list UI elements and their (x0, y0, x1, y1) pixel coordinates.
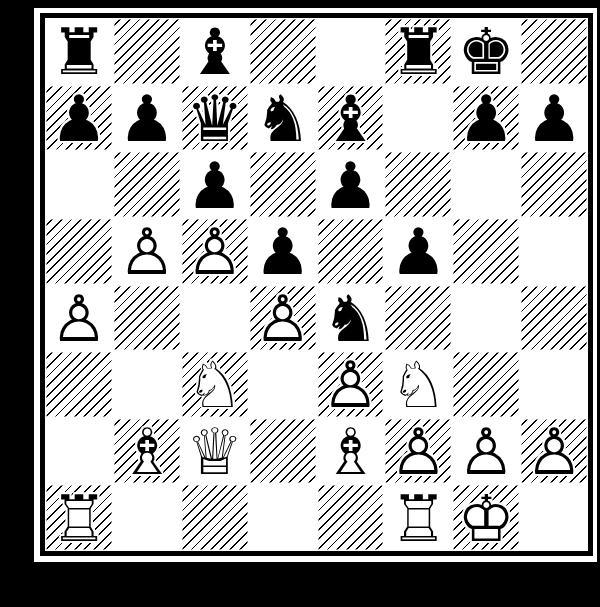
square-f6[interactable] (384, 151, 452, 218)
square-g5[interactable] (452, 218, 520, 285)
black-pawn-icon: ♟♟ (45, 85, 113, 152)
square-a1[interactable]: ♜♖ (45, 484, 113, 551)
black-bishop-icon: ♝♝ (317, 85, 385, 152)
black-pawn-icon: ♟♟ (249, 218, 317, 285)
square-d6[interactable] (249, 151, 317, 218)
square-f2[interactable]: ♟♙ (384, 418, 452, 485)
square-e2[interactable]: ♝♗ (317, 418, 385, 485)
square-c6[interactable]: ♟♟ (181, 151, 249, 218)
square-g8[interactable]: ♚♚ (452, 18, 520, 85)
square-e7[interactable]: ♝♝ (317, 85, 385, 152)
board-frame: ♜♜♝♝♜♜♚♚♟♟♟♟♛♛♞♞♝♝♟♟♟♟♟♟♟♟♟♙♟♙♟♟♟♟♟♙♟♙♞♞… (40, 13, 593, 556)
square-b8[interactable] (113, 18, 181, 85)
white-knight-icon: ♞♘ (181, 351, 249, 418)
black-pawn-icon: ♟♟ (317, 151, 385, 218)
black-pawn-icon: ♟♟ (113, 85, 181, 152)
square-f3[interactable]: ♞♘ (384, 351, 452, 418)
square-f7[interactable] (384, 85, 452, 152)
square-c2[interactable]: ♛♕ (181, 418, 249, 485)
black-queen-icon: ♛♛ (181, 85, 249, 152)
square-f1[interactable]: ♜♖ (384, 484, 452, 551)
white-pawn-icon: ♟♙ (520, 418, 588, 485)
square-a6[interactable] (45, 151, 113, 218)
square-f4[interactable] (384, 285, 452, 352)
square-d3[interactable] (249, 351, 317, 418)
board-mat: ♜♜♝♝♜♜♚♚♟♟♟♟♛♛♞♞♝♝♟♟♟♟♟♟♟♟♟♙♟♙♟♟♟♟♟♙♟♙♞♞… (34, 8, 597, 562)
square-d7[interactable]: ♞♞ (249, 85, 317, 152)
black-pawn-icon: ♟♟ (384, 218, 452, 285)
white-pawn-icon: ♟♙ (317, 351, 385, 418)
square-g2[interactable]: ♟♙ (452, 418, 520, 485)
white-queen-icon: ♛♕ (181, 418, 249, 485)
black-king-icon: ♚♚ (452, 18, 520, 85)
square-h2[interactable]: ♟♙ (520, 418, 588, 485)
square-b5[interactable]: ♟♙ (113, 218, 181, 285)
square-f8[interactable]: ♜♜ (384, 18, 452, 85)
white-rook-icon: ♜♖ (384, 484, 452, 551)
black-knight-icon: ♞♞ (249, 85, 317, 152)
square-a5[interactable] (45, 218, 113, 285)
square-h4[interactable] (520, 285, 588, 352)
black-pawn-icon: ♟♟ (181, 151, 249, 218)
square-d8[interactable] (249, 18, 317, 85)
square-h6[interactable] (520, 151, 588, 218)
square-d2[interactable] (249, 418, 317, 485)
square-b2[interactable]: ♝♗ (113, 418, 181, 485)
white-king-icon: ♚♔ (452, 484, 520, 551)
square-f5[interactable]: ♟♟ (384, 218, 452, 285)
square-d5[interactable]: ♟♟ (249, 218, 317, 285)
square-h1[interactable] (520, 484, 588, 551)
black-pawn-icon: ♟♟ (452, 85, 520, 152)
white-pawn-icon: ♟♙ (113, 218, 181, 285)
white-pawn-icon: ♟♙ (249, 285, 317, 352)
white-knight-icon: ♞♘ (384, 351, 452, 418)
square-a3[interactable] (45, 351, 113, 418)
square-c5[interactable]: ♟♙ (181, 218, 249, 285)
chess-board: ♜♜♝♝♜♜♚♚♟♟♟♟♛♛♞♞♝♝♟♟♟♟♟♟♟♟♟♙♟♙♟♟♟♟♟♙♟♙♞♞… (45, 18, 588, 551)
square-c3[interactable]: ♞♘ (181, 351, 249, 418)
square-b7[interactable]: ♟♟ (113, 85, 181, 152)
square-g6[interactable] (452, 151, 520, 218)
white-pawn-icon: ♟♙ (384, 418, 452, 485)
black-rook-icon: ♜♜ (384, 18, 452, 85)
black-knight-icon: ♞♞ (317, 285, 385, 352)
white-bishop-icon: ♝♗ (113, 418, 181, 485)
square-c4[interactable] (181, 285, 249, 352)
square-d1[interactable] (249, 484, 317, 551)
square-e6[interactable]: ♟♟ (317, 151, 385, 218)
square-e4[interactable]: ♞♞ (317, 285, 385, 352)
square-b3[interactable] (113, 351, 181, 418)
white-pawn-icon: ♟♙ (181, 218, 249, 285)
square-h7[interactable]: ♟♟ (520, 85, 588, 152)
white-bishop-icon: ♝♗ (317, 418, 385, 485)
square-e1[interactable] (317, 484, 385, 551)
black-pawn-icon: ♟♟ (520, 85, 588, 152)
black-rook-icon: ♜♜ (45, 18, 113, 85)
square-d4[interactable]: ♟♙ (249, 285, 317, 352)
square-e8[interactable] (317, 18, 385, 85)
square-a2[interactable] (45, 418, 113, 485)
square-c7[interactable]: ♛♛ (181, 85, 249, 152)
white-pawn-icon: ♟♙ (45, 285, 113, 352)
square-b6[interactable] (113, 151, 181, 218)
black-bishop-icon: ♝♝ (181, 18, 249, 85)
square-h8[interactable] (520, 18, 588, 85)
square-g1[interactable]: ♚♔ (452, 484, 520, 551)
square-a7[interactable]: ♟♟ (45, 85, 113, 152)
white-pawn-icon: ♟♙ (452, 418, 520, 485)
square-a8[interactable]: ♜♜ (45, 18, 113, 85)
square-g4[interactable] (452, 285, 520, 352)
square-h3[interactable] (520, 351, 588, 418)
square-g3[interactable] (452, 351, 520, 418)
square-b1[interactable] (113, 484, 181, 551)
square-a4[interactable]: ♟♙ (45, 285, 113, 352)
square-g7[interactable]: ♟♟ (452, 85, 520, 152)
page-background: ♜♜♝♝♜♜♚♚♟♟♟♟♛♛♞♞♝♝♟♟♟♟♟♟♟♟♟♙♟♙♟♟♟♟♟♙♟♙♞♞… (0, 0, 600, 607)
square-b4[interactable] (113, 285, 181, 352)
square-h5[interactable] (520, 218, 588, 285)
square-c8[interactable]: ♝♝ (181, 18, 249, 85)
white-rook-icon: ♜♖ (45, 484, 113, 551)
square-c1[interactable] (181, 484, 249, 551)
square-e5[interactable] (317, 218, 385, 285)
square-e3[interactable]: ♟♙ (317, 351, 385, 418)
